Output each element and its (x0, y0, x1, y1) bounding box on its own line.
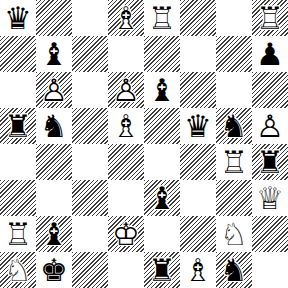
square-e4[interactable] (144, 144, 180, 180)
square-a8[interactable]: ♛♛ (0, 0, 36, 36)
square-e6[interactable]: ♝♝ (144, 72, 180, 108)
square-g6[interactable] (216, 72, 252, 108)
piece-black-bishop-b7: ♝ (36, 36, 72, 72)
square-e2[interactable] (144, 216, 180, 252)
piece-white-rook-h8: ♖ (252, 0, 288, 36)
square-c1[interactable] (72, 252, 108, 288)
piece-black-king-b1: ♚ (36, 252, 72, 288)
piece-black-knight-g1: ♞ (216, 252, 252, 288)
piece-black-knight-g5: ♞ (216, 108, 252, 144)
piece-white-bishop-d5: ♗ (108, 108, 144, 144)
square-a1[interactable]: ♞♘ (0, 252, 36, 288)
square-g8[interactable] (216, 0, 252, 36)
square-b6[interactable]: ♟♙ (36, 72, 72, 108)
square-c5[interactable] (72, 108, 108, 144)
square-c7[interactable] (72, 36, 108, 72)
piece-white-pawn-h5: ♙ (252, 108, 288, 144)
square-b8[interactable] (36, 0, 72, 36)
square-c6[interactable] (72, 72, 108, 108)
piece-white-knight-g2: ♘ (216, 216, 252, 252)
square-f8[interactable] (180, 0, 216, 36)
square-d6[interactable]: ♟♙ (108, 72, 144, 108)
piece-black-pawn-h7: ♟ (252, 36, 288, 72)
square-h2[interactable] (252, 216, 288, 252)
square-d4[interactable] (108, 144, 144, 180)
square-e3[interactable]: ♝♝ (144, 180, 180, 216)
piece-white-queen-h3: ♕ (252, 180, 288, 216)
square-f5[interactable]: ♛♛ (180, 108, 216, 144)
piece-black-rook-a5: ♜ (0, 108, 36, 144)
square-g1[interactable]: ♞♞ (216, 252, 252, 288)
square-f2[interactable] (180, 216, 216, 252)
square-c8[interactable] (72, 0, 108, 36)
square-h6[interactable] (252, 72, 288, 108)
square-b5[interactable]: ♞♞ (36, 108, 72, 144)
square-b1[interactable]: ♚♚ (36, 252, 72, 288)
piece-white-bishop-f1: ♗ (180, 252, 216, 288)
square-a7[interactable] (0, 36, 36, 72)
piece-black-bishop-e6: ♝ (144, 72, 180, 108)
square-f3[interactable] (180, 180, 216, 216)
piece-white-knight-a1: ♘ (0, 252, 36, 288)
square-c3[interactable] (72, 180, 108, 216)
square-f6[interactable] (180, 72, 216, 108)
square-a6[interactable] (0, 72, 36, 108)
piece-black-queen-f5: ♛ (180, 108, 216, 144)
piece-black-queen-a8: ♛ (0, 0, 36, 36)
square-g7[interactable] (216, 36, 252, 72)
square-a4[interactable] (0, 144, 36, 180)
piece-white-bishop-d8: ♗ (108, 0, 144, 36)
square-g3[interactable] (216, 180, 252, 216)
piece-white-rook-a2: ♖ (0, 216, 36, 252)
square-d2[interactable]: ♚♔ (108, 216, 144, 252)
square-f7[interactable] (180, 36, 216, 72)
square-d3[interactable] (108, 180, 144, 216)
piece-white-king-d2: ♔ (108, 216, 144, 252)
piece-black-knight-b5: ♞ (36, 108, 72, 144)
piece-white-pawn-b6: ♙ (36, 72, 72, 108)
square-b2[interactable]: ♝♝ (36, 216, 72, 252)
piece-black-rook-h4: ♜ (252, 144, 288, 180)
square-a2[interactable]: ♜♖ (0, 216, 36, 252)
square-c4[interactable] (72, 144, 108, 180)
square-h5[interactable]: ♟♙ (252, 108, 288, 144)
square-d7[interactable] (108, 36, 144, 72)
square-h8[interactable]: ♜♖ (252, 0, 288, 36)
square-b7[interactable]: ♝♝ (36, 36, 72, 72)
square-h4[interactable]: ♜♜ (252, 144, 288, 180)
square-a5[interactable]: ♜♜ (0, 108, 36, 144)
square-d8[interactable]: ♝♗ (108, 0, 144, 36)
piece-black-bishop-e3: ♝ (144, 180, 180, 216)
square-d5[interactable]: ♝♗ (108, 108, 144, 144)
piece-white-pawn-d6: ♙ (108, 72, 144, 108)
piece-black-rook-e1: ♜ (144, 252, 180, 288)
chess-board: ♛♛♝♗♜♖♜♖♝♝♟♟♟♙♟♙♝♝♜♜♞♞♝♗♛♛♞♞♟♙♜♖♜♜♝♝♛♕♜♖… (0, 0, 288, 288)
square-e5[interactable] (144, 108, 180, 144)
square-a3[interactable] (0, 180, 36, 216)
square-f4[interactable] (180, 144, 216, 180)
square-g5[interactable]: ♞♞ (216, 108, 252, 144)
square-e1[interactable]: ♜♜ (144, 252, 180, 288)
square-c2[interactable] (72, 216, 108, 252)
piece-white-rook-g4: ♖ (216, 144, 252, 180)
square-b4[interactable] (36, 144, 72, 180)
square-h3[interactable]: ♛♕ (252, 180, 288, 216)
square-d1[interactable] (108, 252, 144, 288)
square-f1[interactable]: ♝♗ (180, 252, 216, 288)
square-e8[interactable]: ♜♖ (144, 0, 180, 36)
square-g2[interactable]: ♞♘ (216, 216, 252, 252)
piece-black-bishop-b2: ♝ (36, 216, 72, 252)
square-b3[interactable] (36, 180, 72, 216)
square-h1[interactable] (252, 252, 288, 288)
piece-white-rook-e8: ♖ (144, 0, 180, 36)
square-h7[interactable]: ♟♟ (252, 36, 288, 72)
square-e7[interactable] (144, 36, 180, 72)
square-g4[interactable]: ♜♖ (216, 144, 252, 180)
